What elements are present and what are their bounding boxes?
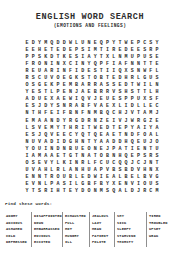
word-list: ANGRYANXIOUSASHAMEDCOLDDEPRESSEDDISAPPOI… bbox=[4, 212, 170, 247]
word-item: HOT bbox=[65, 226, 89, 233]
word-item: SICK bbox=[117, 220, 146, 227]
word-item: POLITE bbox=[92, 239, 114, 246]
grid-cell: M bbox=[154, 188, 160, 195]
word-list-column: JEALOUSLAZYMEANPATIENTPOLITE bbox=[89, 212, 114, 247]
grid-cell: X bbox=[154, 167, 160, 174]
word-item: LAZY bbox=[92, 220, 114, 227]
grid-cell: C bbox=[154, 103, 160, 110]
word-item: THIRSTY bbox=[117, 239, 146, 246]
word-item: EMBARRASSED bbox=[34, 226, 62, 233]
word-item: EXHAUSTED bbox=[65, 213, 89, 220]
word-item: UPSET bbox=[149, 226, 170, 233]
grid-cell: U bbox=[154, 146, 160, 153]
word-item: EXCITED bbox=[34, 239, 62, 246]
grid-cell: O bbox=[154, 139, 160, 146]
word-item: ILL bbox=[65, 239, 89, 246]
grid-cell: E bbox=[154, 61, 160, 68]
word-item: SHY bbox=[117, 213, 146, 220]
word-item: ANXIOUS bbox=[6, 220, 31, 227]
page-title: ENGLISH WORD SEARCH bbox=[0, 12, 180, 22]
grid-cell: Y bbox=[154, 40, 160, 47]
find-words-label: Find these words: bbox=[5, 201, 52, 206]
grid-cell: P bbox=[154, 47, 160, 54]
word-list-column: SHYSICKSLEEPYSTARVINGTHIRSTY bbox=[114, 212, 146, 247]
grid-cell: S bbox=[154, 75, 160, 82]
word-item: JEALOUS bbox=[92, 213, 114, 220]
grid-cell: J bbox=[154, 110, 160, 117]
word-item: STARVING bbox=[117, 233, 146, 240]
word-item: DOWN bbox=[34, 220, 62, 227]
grid-cell: E bbox=[154, 54, 160, 61]
word-item: FULL bbox=[65, 220, 89, 227]
word-list-column: TIREDTROUBLEDUPSETWEAK bbox=[146, 212, 170, 247]
word-item: WEAK bbox=[149, 233, 170, 240]
word-list-column: DISAPPOINTEDDOWNEMBARRASSEDENVIOUSEXCITE… bbox=[31, 212, 62, 247]
word-list-column: ANGRYANXIOUSASHAMEDCOLDDEPRESSED bbox=[4, 212, 31, 247]
grid-cell: A bbox=[154, 125, 160, 132]
word-item: MEAN bbox=[92, 226, 114, 233]
grid-cell: S bbox=[154, 181, 160, 188]
word-item: ASHAMED bbox=[6, 226, 31, 233]
word-list-column: EXHAUSTEDFULLHOTHUNGRYILL bbox=[62, 212, 89, 247]
word-item: COLD bbox=[6, 233, 31, 240]
grid-cell: N bbox=[154, 82, 160, 89]
word-item: DISAPPOINTED bbox=[34, 213, 62, 220]
grid-cell: G bbox=[154, 174, 160, 181]
grid-cell: S bbox=[154, 153, 160, 160]
word-item: TROUBLED bbox=[149, 220, 170, 227]
grid-cell: T bbox=[154, 160, 160, 167]
word-item: SLEEPY bbox=[117, 226, 146, 233]
word-item: DEPRESSED bbox=[6, 239, 31, 246]
grid-cell: H bbox=[154, 89, 160, 96]
word-item: ANGRY bbox=[6, 213, 31, 220]
grid-cell: E bbox=[154, 118, 160, 125]
word-item: PATIENT bbox=[92, 233, 114, 240]
word-item: HUNGRY bbox=[65, 233, 89, 240]
grid-cell: F bbox=[154, 96, 160, 103]
grid-cell: L bbox=[154, 132, 160, 139]
word-item: TIRED bbox=[149, 213, 170, 220]
page-subtitle: (EMOTIONS AND FEELINGS) bbox=[0, 23, 180, 28]
word-item: ENVIOUS bbox=[34, 233, 62, 240]
word-search-grid: EDYMQDDWLUNEQPYTWEPCSYEEHETEDEPSIMTIREDE… bbox=[24, 40, 160, 195]
grid-cell: L bbox=[154, 68, 160, 75]
